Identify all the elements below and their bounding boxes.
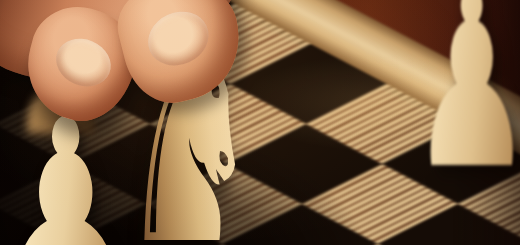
photo-chess-scene: ♟ ♟ ♞ ♟ [0, 0, 520, 245]
white-pawn-on-dark-square: ♟ [410, 0, 520, 203]
white-pawn-foreground: ♟ [0, 85, 143, 245]
